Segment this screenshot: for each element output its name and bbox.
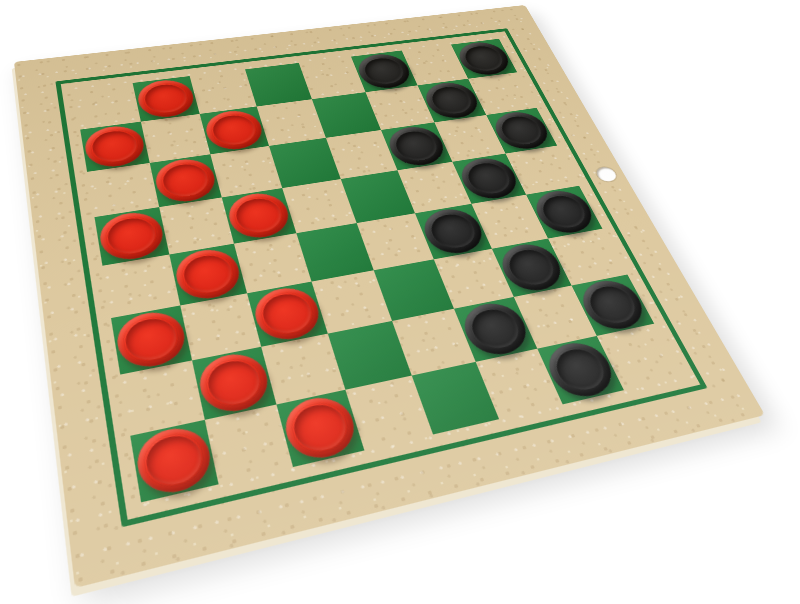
hanging-hole [594, 166, 620, 183]
checkers-board [14, 5, 765, 588]
photo-background [0, 0, 800, 604]
